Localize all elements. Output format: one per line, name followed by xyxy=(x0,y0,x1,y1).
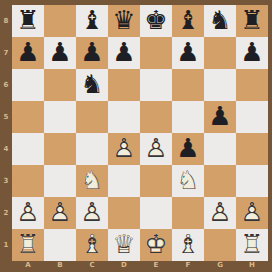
white-bishop-icon: ♝ xyxy=(76,229,108,261)
white-rook-outline-icon: ♖ xyxy=(12,229,44,261)
white-pawn-icon: ♟ xyxy=(12,197,44,229)
square-c2[interactable]: ♟♙ xyxy=(76,197,108,229)
square-c8[interactable]: ♝ xyxy=(76,5,108,37)
square-e2[interactable] xyxy=(140,197,172,229)
square-d2[interactable] xyxy=(108,197,140,229)
white-pawn-icon: ♟ xyxy=(44,197,76,229)
file-label-d: D xyxy=(108,260,140,272)
square-b4[interactable] xyxy=(44,133,76,165)
square-f3[interactable]: ♞♘ xyxy=(172,165,204,197)
white-king-outline-icon: ♔ xyxy=(140,229,172,261)
square-h5[interactable] xyxy=(236,101,268,133)
white-king-icon: ♚ xyxy=(140,229,172,261)
square-g2[interactable]: ♟♙ xyxy=(204,197,236,229)
square-b3[interactable] xyxy=(44,165,76,197)
square-e8[interactable]: ♚ xyxy=(140,5,172,37)
white-pawn-outline-icon: ♙ xyxy=(108,133,140,165)
white-rook-outline-icon: ♖ xyxy=(236,229,268,261)
square-g4[interactable] xyxy=(204,133,236,165)
file-label-e: E xyxy=(140,260,172,272)
square-d1[interactable]: ♛♕ xyxy=(108,229,140,261)
file-label-h: H xyxy=(236,260,268,272)
black-pawn-icon: ♟ xyxy=(76,37,108,69)
white-pawn-outline-icon: ♙ xyxy=(12,197,44,229)
white-pawn-outline-icon: ♙ xyxy=(76,197,108,229)
board[interactable]: ♜♝♛♚♝♞♜♟♟♟♟♟♟♞♟♟♙♟♙♟♞♘♞♘♟♙♟♙♟♙♟♙♟♙♜♖♝♗♛♕… xyxy=(12,5,268,261)
black-pawn-icon: ♟ xyxy=(108,37,140,69)
white-pawn-outline-icon: ♙ xyxy=(236,197,268,229)
square-g3[interactable] xyxy=(204,165,236,197)
white-pawn-icon: ♟ xyxy=(76,197,108,229)
square-c6[interactable]: ♞ xyxy=(76,69,108,101)
square-h6[interactable] xyxy=(236,69,268,101)
square-c7[interactable]: ♟ xyxy=(76,37,108,69)
square-a6[interactable] xyxy=(12,69,44,101)
white-queen-outline-icon: ♕ xyxy=(108,229,140,261)
black-rook-icon: ♜ xyxy=(12,5,44,37)
square-g5[interactable]: ♟ xyxy=(204,101,236,133)
square-d7[interactable]: ♟ xyxy=(108,37,140,69)
square-e5[interactable] xyxy=(140,101,172,133)
square-h7[interactable]: ♟ xyxy=(236,37,268,69)
black-pawn-icon: ♟ xyxy=(204,101,236,133)
square-e7[interactable] xyxy=(140,37,172,69)
square-d3[interactable] xyxy=(108,165,140,197)
white-knight-icon: ♞ xyxy=(172,165,204,197)
file-label-b: B xyxy=(44,260,76,272)
black-pawn-icon: ♟ xyxy=(236,37,268,69)
square-c4[interactable] xyxy=(76,133,108,165)
rank-label-7: 7 xyxy=(0,37,12,69)
square-a2[interactable]: ♟♙ xyxy=(12,197,44,229)
square-e6[interactable] xyxy=(140,69,172,101)
square-d8[interactable]: ♛ xyxy=(108,5,140,37)
square-b2[interactable]: ♟♙ xyxy=(44,197,76,229)
white-queen-icon: ♛ xyxy=(108,229,140,261)
square-b7[interactable]: ♟ xyxy=(44,37,76,69)
rank-labels: 87654321 xyxy=(0,5,12,261)
white-pawn-outline-icon: ♙ xyxy=(204,197,236,229)
square-d6[interactable] xyxy=(108,69,140,101)
white-knight-outline-icon: ♘ xyxy=(76,165,108,197)
square-e4[interactable]: ♟♙ xyxy=(140,133,172,165)
square-d4[interactable]: ♟♙ xyxy=(108,133,140,165)
square-f6[interactable] xyxy=(172,69,204,101)
black-rook-icon: ♜ xyxy=(236,5,268,37)
square-b6[interactable] xyxy=(44,69,76,101)
square-f7[interactable]: ♟ xyxy=(172,37,204,69)
square-h8[interactable]: ♜ xyxy=(236,5,268,37)
black-bishop-icon: ♝ xyxy=(76,5,108,37)
square-a1[interactable]: ♜♖ xyxy=(12,229,44,261)
rank-label-3: 3 xyxy=(0,165,12,197)
white-bishop-icon: ♝ xyxy=(172,229,204,261)
black-knight-icon: ♞ xyxy=(76,69,108,101)
square-g1[interactable] xyxy=(204,229,236,261)
square-a5[interactable] xyxy=(12,101,44,133)
square-b8[interactable] xyxy=(44,5,76,37)
white-knight-icon: ♞ xyxy=(76,165,108,197)
black-knight-icon: ♞ xyxy=(204,5,236,37)
black-pawn-icon: ♟ xyxy=(172,133,204,165)
file-label-f: F xyxy=(172,260,204,272)
square-h4[interactable] xyxy=(236,133,268,165)
rank-label-1: 1 xyxy=(0,229,12,261)
black-king-icon: ♚ xyxy=(140,5,172,37)
chess-board-frame: 87654321 ♜♝♛♚♝♞♜♟♟♟♟♟♟♞♟♟♙♟♙♟♞♘♞♘♟♙♟♙♟♙♟… xyxy=(0,0,272,272)
white-pawn-icon: ♟ xyxy=(236,197,268,229)
square-h3[interactable] xyxy=(236,165,268,197)
white-bishop-outline-icon: ♗ xyxy=(172,229,204,261)
square-h2[interactable]: ♟♙ xyxy=(236,197,268,229)
square-b1[interactable] xyxy=(44,229,76,261)
rank-label-8: 8 xyxy=(0,5,12,37)
white-rook-icon: ♜ xyxy=(236,229,268,261)
white-knight-outline-icon: ♘ xyxy=(172,165,204,197)
square-e1[interactable]: ♚♔ xyxy=(140,229,172,261)
square-c5[interactable] xyxy=(76,101,108,133)
square-f8[interactable]: ♝ xyxy=(172,5,204,37)
white-rook-icon: ♜ xyxy=(12,229,44,261)
square-g7[interactable] xyxy=(204,37,236,69)
square-c1[interactable]: ♝♗ xyxy=(76,229,108,261)
rank-label-2: 2 xyxy=(0,197,12,229)
rank-label-5: 5 xyxy=(0,101,12,133)
file-label-g: G xyxy=(204,260,236,272)
square-g8[interactable]: ♞ xyxy=(204,5,236,37)
black-pawn-icon: ♟ xyxy=(172,37,204,69)
square-h1[interactable]: ♜♖ xyxy=(236,229,268,261)
square-f1[interactable]: ♝♗ xyxy=(172,229,204,261)
black-bishop-icon: ♝ xyxy=(172,5,204,37)
black-pawn-icon: ♟ xyxy=(12,37,44,69)
square-f4[interactable]: ♟ xyxy=(172,133,204,165)
square-a3[interactable] xyxy=(12,165,44,197)
square-a7[interactable]: ♟ xyxy=(12,37,44,69)
white-pawn-icon: ♟ xyxy=(140,133,172,165)
white-pawn-outline-icon: ♙ xyxy=(44,197,76,229)
rank-label-4: 4 xyxy=(0,133,12,165)
square-d5[interactable] xyxy=(108,101,140,133)
square-e3[interactable] xyxy=(140,165,172,197)
square-f2[interactable] xyxy=(172,197,204,229)
file-label-c: C xyxy=(76,260,108,272)
square-g6[interactable] xyxy=(204,69,236,101)
square-c3[interactable]: ♞♘ xyxy=(76,165,108,197)
square-a4[interactable] xyxy=(12,133,44,165)
file-labels: ABCDEFGH xyxy=(12,260,268,272)
black-pawn-icon: ♟ xyxy=(44,37,76,69)
square-f5[interactable] xyxy=(172,101,204,133)
white-pawn-outline-icon: ♙ xyxy=(140,133,172,165)
black-queen-icon: ♛ xyxy=(108,5,140,37)
white-bishop-outline-icon: ♗ xyxy=(76,229,108,261)
file-label-a: A xyxy=(12,260,44,272)
square-b5[interactable] xyxy=(44,101,76,133)
square-a8[interactable]: ♜ xyxy=(12,5,44,37)
rank-label-6: 6 xyxy=(0,69,12,101)
white-pawn-icon: ♟ xyxy=(204,197,236,229)
white-pawn-icon: ♟ xyxy=(108,133,140,165)
